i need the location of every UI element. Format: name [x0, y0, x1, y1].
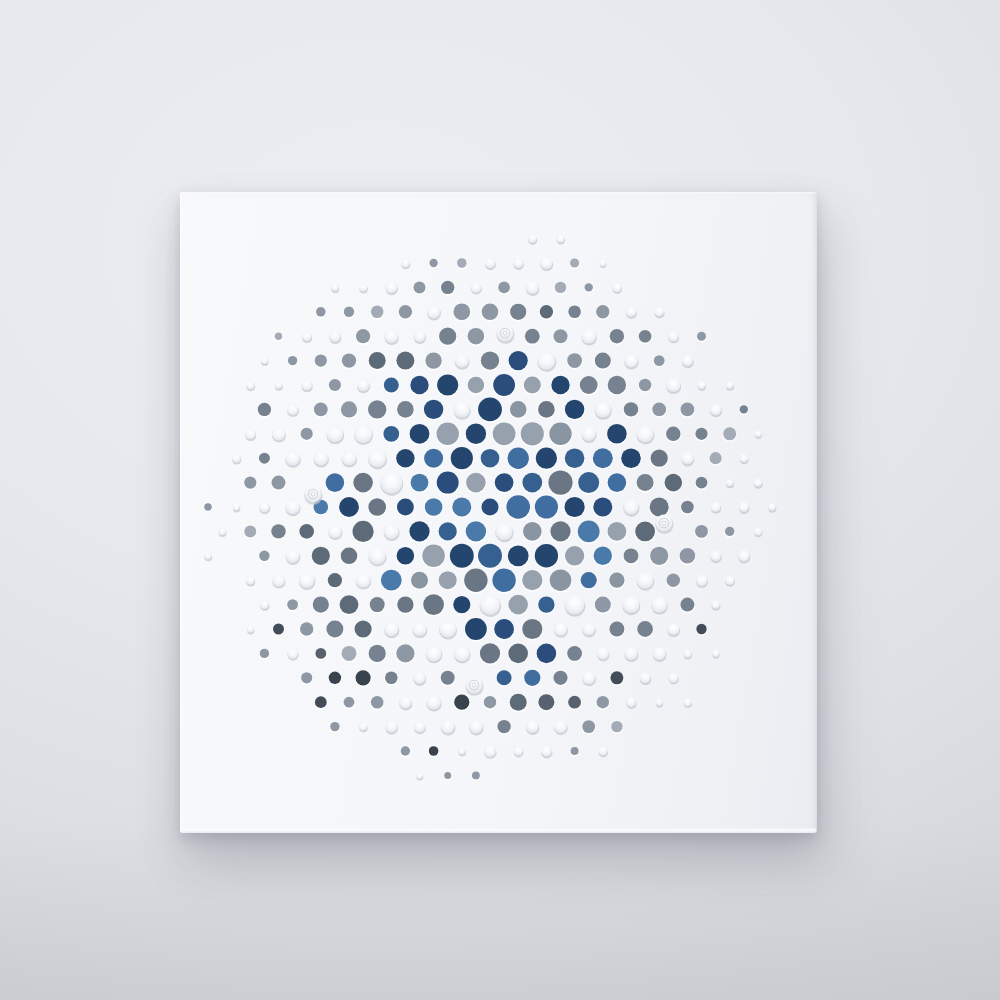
- perforation-hole: [425, 498, 443, 516]
- perforation-hole: [397, 499, 414, 516]
- perforation-hole: [510, 304, 526, 320]
- perforation-hole: [551, 376, 569, 394]
- perforation-hole: [341, 401, 357, 417]
- perforation-hole: [396, 352, 414, 370]
- dimple-bump: [485, 258, 495, 268]
- perforation-hole: [565, 448, 585, 468]
- perforation-hole: [548, 471, 572, 495]
- perforation-hole: [453, 596, 470, 613]
- perforation-hole: [397, 596, 413, 612]
- perforation-hole: [508, 595, 528, 615]
- perforation-hole: [508, 644, 528, 664]
- dimple-bump: [458, 747, 465, 754]
- dimple-bump: [740, 454, 748, 462]
- dimple-bump: [582, 427, 596, 441]
- dimple-bump: [726, 381, 734, 389]
- dimple-bump: [541, 746, 552, 757]
- dimple-bump: [328, 525, 341, 538]
- perforation-hole: [635, 522, 655, 542]
- dimple-bump: [513, 258, 523, 268]
- perforation-hole: [411, 572, 428, 589]
- dimple-bump: [754, 478, 762, 486]
- screw-bump: [497, 325, 514, 342]
- perforation-hole: [370, 597, 385, 612]
- perforation-hole: [596, 305, 609, 318]
- perforation-hole: [480, 643, 500, 663]
- dimple-bump: [696, 574, 708, 586]
- perforation-hole: [493, 374, 515, 396]
- perforation-hole: [422, 545, 445, 568]
- perforation-hole: [481, 351, 499, 369]
- perforation-hole: [651, 450, 668, 467]
- dimple-bump: [754, 527, 762, 535]
- dimple-bump: [247, 625, 254, 632]
- perforation-hole: [695, 428, 707, 440]
- dimple-bump: [626, 697, 636, 707]
- dimple-bump: [454, 645, 470, 661]
- perforation-hole: [696, 477, 708, 489]
- perforation-hole: [567, 646, 582, 661]
- perforation-hole: [621, 448, 641, 468]
- dimple-bump: [640, 672, 651, 683]
- dimple-bump: [623, 596, 640, 613]
- dimple-bump: [725, 576, 734, 585]
- perforation-hole: [439, 522, 457, 540]
- perforation-hole: [508, 545, 529, 566]
- perforation-hole: [535, 495, 558, 518]
- perforation-hole: [725, 527, 734, 536]
- dimple-bump: [597, 647, 609, 659]
- perforation-hole: [524, 670, 540, 686]
- perforation-hole: [610, 671, 623, 684]
- perforation-hole: [339, 497, 359, 517]
- dimple-bump: [454, 401, 470, 417]
- perforation-hole: [537, 644, 557, 664]
- perforation-hole: [437, 423, 459, 445]
- dimple-bump: [581, 329, 596, 344]
- perforation-hole: [553, 671, 567, 685]
- perforation-hole: [565, 546, 584, 565]
- dimple-bump: [624, 354, 638, 368]
- perforation-hole: [498, 282, 510, 294]
- dimple-bump: [260, 600, 269, 609]
- dimple-bump: [667, 623, 679, 635]
- perforation-hole: [472, 772, 480, 780]
- perforation-hole: [353, 473, 373, 493]
- perforation-hole: [397, 401, 414, 418]
- perforation-hole: [464, 569, 487, 592]
- perforation-hole: [506, 495, 530, 519]
- perforation-hole: [654, 355, 665, 366]
- perforation-hole: [341, 548, 358, 565]
- perforation-hole: [383, 426, 399, 442]
- perforation-hole: [510, 401, 527, 418]
- perforation-hole: [478, 544, 502, 568]
- perforation-hole: [681, 403, 695, 417]
- dimple-bump: [738, 550, 749, 561]
- dimple-bump: [314, 451, 328, 465]
- perforation-hole: [637, 621, 653, 637]
- perforation-hole: [399, 305, 412, 318]
- dimple-bump: [385, 329, 399, 343]
- perforation-hole: [260, 649, 269, 658]
- perforation-hole: [523, 522, 542, 541]
- perforation-hole: [439, 328, 456, 345]
- perforation-hole: [482, 499, 499, 516]
- dimple-bump: [331, 284, 338, 291]
- perforation-pattern: [180, 192, 817, 833]
- perforation-hole: [414, 281, 426, 293]
- dimple-bump: [651, 597, 667, 613]
- perforation-hole: [315, 355, 327, 367]
- dimple-bump: [528, 234, 537, 243]
- dimple-bump: [681, 452, 693, 464]
- perforation-hole: [258, 403, 271, 416]
- perforation-hole: [385, 672, 398, 685]
- perforation-hole: [353, 521, 374, 542]
- perforation-hole: [594, 547, 612, 565]
- dimple-bump: [232, 454, 241, 463]
- perforation-hole: [272, 476, 286, 490]
- perforation-hole: [550, 569, 572, 591]
- perforation-hole: [540, 305, 553, 318]
- perforation-hole: [608, 522, 627, 541]
- perforation-hole: [607, 424, 627, 444]
- dimple-bump: [329, 330, 341, 342]
- perforation-hole: [565, 497, 585, 517]
- perforation-hole: [410, 376, 428, 394]
- dimple-bump: [287, 404, 298, 415]
- dimple-bump: [414, 721, 425, 732]
- dimple-bump: [623, 499, 638, 514]
- dimple-bump: [414, 330, 426, 342]
- perforation-hole: [555, 282, 566, 293]
- perforation-hole: [595, 597, 611, 613]
- dimple-bump: [354, 425, 372, 443]
- dimple-bump: [246, 381, 255, 390]
- perforation-hole: [609, 622, 624, 637]
- perforation-hole: [525, 329, 540, 344]
- dimple-bump: [666, 378, 680, 392]
- dimple-bump: [299, 572, 315, 588]
- perforation-hole: [509, 351, 528, 370]
- screw-bump: [466, 677, 483, 694]
- perforation-hole: [508, 448, 529, 469]
- dimple-bump: [272, 427, 285, 440]
- perforation-hole: [457, 258, 467, 268]
- panel-bottom-edge: [181, 827, 816, 833]
- perforation-hole: [568, 306, 581, 319]
- dimple-bump: [514, 746, 523, 755]
- perforation-hole: [299, 524, 314, 539]
- dimple-bump: [413, 622, 427, 636]
- dimple-bump: [259, 502, 269, 512]
- dimple-bump: [357, 379, 369, 391]
- dimple-bump: [272, 574, 285, 587]
- dimple-bump: [537, 352, 555, 370]
- dimple-bump: [726, 479, 733, 486]
- perforation-hole: [313, 597, 329, 613]
- dimple-bump: [287, 648, 298, 659]
- perforation-hole: [329, 379, 341, 391]
- dimple-bump: [359, 723, 367, 731]
- dimple-bump: [655, 307, 664, 316]
- dimple-bump: [668, 331, 678, 341]
- perforation-hole: [344, 307, 354, 317]
- perforation-hole: [595, 353, 611, 369]
- dimple-bump: [369, 547, 386, 564]
- perforation-hole: [522, 570, 542, 590]
- perforation-hole: [326, 621, 343, 638]
- perforation-hole: [423, 594, 444, 615]
- perforation-hole: [465, 618, 487, 640]
- perforation-hole: [204, 503, 212, 511]
- dimple-bump: [455, 354, 469, 368]
- perforation-hole: [450, 544, 474, 568]
- perforation-hole: [637, 474, 654, 491]
- perforation-hole: [316, 307, 326, 317]
- perforation-hole: [369, 352, 386, 369]
- perforation-hole: [271, 524, 285, 538]
- perforation-hole: [497, 670, 512, 685]
- dimple-bump: [426, 645, 442, 661]
- dimple-bump: [656, 699, 663, 706]
- perforation-hole: [437, 472, 459, 494]
- perforation-hole: [538, 694, 554, 710]
- perforation-hole: [578, 472, 599, 493]
- dimple-bump: [285, 500, 299, 514]
- perforation-hole: [244, 477, 256, 489]
- perforation-hole: [570, 258, 579, 267]
- dimple-bump: [565, 595, 585, 615]
- perforation-hole: [639, 330, 652, 343]
- perforation-hole: [710, 452, 722, 464]
- perforation-hole: [522, 619, 542, 639]
- dimple-bump: [439, 621, 456, 638]
- perforation-hole: [571, 747, 579, 755]
- perforation-hole: [740, 405, 748, 413]
- perforation-hole: [381, 570, 402, 591]
- perforation-hole: [259, 551, 269, 561]
- perforation-hole: [355, 620, 372, 637]
- dimple-bump: [526, 281, 539, 294]
- perforation-hole: [329, 672, 341, 684]
- perforation-hole: [578, 521, 600, 543]
- dimple-bump: [302, 331, 312, 341]
- perforation-hole: [437, 374, 458, 395]
- dimple-bump: [484, 745, 496, 757]
- dimple-bump: [401, 259, 410, 268]
- perforation-hole: [493, 422, 516, 445]
- perforation-hole: [580, 376, 598, 394]
- dimple-bump: [301, 380, 312, 391]
- perforation-hole: [538, 401, 555, 418]
- perforation-hole: [478, 398, 502, 422]
- dimple-bump: [710, 550, 721, 561]
- dimple-bump: [682, 355, 693, 366]
- perforation-hole: [536, 448, 557, 469]
- perforation-hole: [695, 525, 708, 538]
- dimple-bump: [712, 650, 719, 657]
- perforation-hole: [608, 473, 627, 492]
- perforation-hole: [452, 498, 471, 517]
- perforation-hole: [409, 521, 429, 541]
- dimple-bump: [710, 404, 722, 416]
- perforation-hole: [652, 403, 666, 417]
- perforation-hole: [610, 329, 624, 343]
- perforation-hole: [665, 474, 683, 492]
- perforation-hole: [666, 427, 680, 441]
- dimple-bump: [612, 283, 621, 292]
- perforation-hole: [466, 521, 486, 541]
- perforation-hole: [535, 544, 558, 567]
- dimple-bump: [600, 260, 606, 266]
- dimple-bump: [669, 673, 679, 683]
- dimple-bump: [469, 720, 483, 734]
- perforation-hole: [312, 547, 330, 565]
- perforation-hole: [342, 353, 356, 367]
- dimple-bump: [637, 572, 654, 589]
- perforation-hole: [368, 400, 386, 418]
- perforation-hole: [369, 645, 386, 662]
- perforation-hole: [244, 525, 256, 537]
- perforation-hole: [287, 599, 298, 610]
- dimple-bump: [755, 431, 762, 438]
- dimple-bump: [624, 647, 637, 660]
- perforation-hole: [497, 720, 510, 733]
- dimple-bump: [384, 622, 398, 636]
- speaker-panel: [180, 192, 817, 833]
- perforation-hole: [697, 332, 706, 341]
- perforation-hole: [468, 377, 485, 394]
- perforation-hole: [680, 548, 696, 564]
- perforation-hole: [565, 400, 584, 419]
- perforation-hole: [484, 696, 496, 708]
- perforation-hole: [567, 353, 582, 368]
- perforation-hole: [410, 424, 430, 444]
- perforation-hole: [611, 721, 622, 732]
- perforation-hole: [368, 498, 386, 516]
- perforation-hole: [424, 400, 443, 419]
- dimple-bump: [526, 720, 539, 733]
- dimple-bump: [385, 721, 397, 733]
- dimple-bump: [356, 573, 371, 588]
- perforation-hole: [342, 646, 357, 661]
- perforation-hole: [481, 449, 500, 468]
- perforation-hole: [441, 671, 455, 685]
- perforation-hole: [650, 547, 668, 565]
- perforation-hole: [429, 259, 437, 267]
- dimple-bump: [441, 720, 455, 734]
- dimple-bump: [683, 698, 691, 706]
- perforation-hole: [300, 622, 313, 635]
- perforation-hole: [494, 619, 514, 639]
- perforation-hole: [522, 473, 542, 493]
- perforation-hole: [429, 746, 439, 756]
- perforation-hole: [568, 696, 581, 709]
- dimple-bump: [245, 428, 256, 439]
- perforation-hole: [597, 696, 609, 708]
- dimple-bump: [359, 283, 367, 291]
- perforation-hole: [340, 595, 359, 614]
- perforation-hole: [585, 283, 593, 291]
- perforation-hole: [275, 333, 282, 340]
- dimple-bump: [246, 576, 255, 585]
- perforation-hole: [582, 720, 595, 733]
- perforation-hole: [401, 746, 410, 755]
- perforation-hole: [396, 644, 414, 662]
- dimple-bump: [399, 696, 411, 708]
- perforation-hole: [371, 696, 384, 709]
- screw-bump: [305, 486, 322, 503]
- dimple-bump: [595, 401, 611, 417]
- dimple-bump: [698, 381, 706, 389]
- perforation-hole: [510, 694, 527, 711]
- perforation-hole: [441, 281, 454, 294]
- perforation-hole: [315, 648, 326, 659]
- perforation-hole: [439, 571, 457, 589]
- dimple-bump: [204, 552, 211, 559]
- dimple-bump: [768, 503, 776, 511]
- perforation-hole: [538, 596, 554, 612]
- screw-bump: [656, 515, 673, 532]
- perforation-hole: [453, 303, 470, 320]
- perforation-hole: [444, 772, 451, 779]
- perforation-hole: [356, 329, 370, 343]
- perforation-hole: [259, 453, 270, 464]
- dimple-bump: [275, 381, 283, 389]
- perforation-hole: [425, 352, 441, 368]
- perforation-hole: [554, 329, 568, 343]
- dimple-bump: [582, 671, 595, 684]
- dimple-bump: [261, 357, 268, 364]
- dimple-bump: [342, 451, 357, 466]
- perforation-hole: [356, 670, 371, 685]
- perforation-hole: [315, 696, 327, 708]
- perforation-hole: [650, 498, 669, 517]
- perforation-hole: [624, 548, 639, 563]
- perforation-hole: [330, 722, 339, 731]
- dimple-bump: [368, 449, 386, 467]
- dimple-bump: [416, 772, 423, 779]
- perforation-hole: [301, 428, 313, 440]
- dimple-bump: [683, 649, 691, 657]
- perforation-hole: [326, 473, 345, 492]
- perforation-hole: [609, 573, 624, 588]
- dimple-bump: [557, 235, 565, 243]
- perforation-hole: [411, 474, 429, 492]
- perforation-hole: [301, 672, 312, 683]
- perforation-hole: [680, 598, 694, 612]
- perforation-hole: [667, 574, 680, 587]
- perforation-hole: [314, 403, 328, 417]
- perforation-hole: [397, 547, 415, 565]
- dimple-bump: [540, 257, 552, 269]
- perforation-hole: [454, 695, 469, 710]
- perforation-hole: [581, 572, 597, 588]
- dimple-bump: [286, 549, 300, 563]
- perforation-hole: [593, 498, 612, 517]
- dimple-bump: [426, 695, 441, 710]
- perforation-hole: [624, 402, 638, 416]
- dimple-bump: [554, 622, 568, 636]
- perforation-hole: [371, 306, 384, 319]
- dimple-bump: [582, 623, 595, 636]
- perforation-hole: [608, 376, 626, 394]
- dimple-bump: [554, 720, 567, 733]
- dimple-bump: [413, 672, 425, 684]
- perforation-hole: [696, 624, 706, 634]
